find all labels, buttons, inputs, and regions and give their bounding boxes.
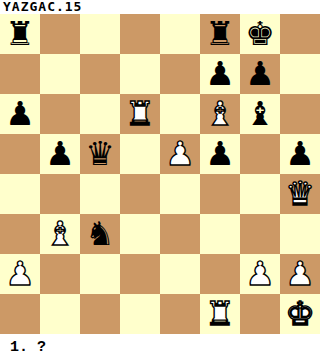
black-pawn-icon: ♟ <box>205 54 235 94</box>
square-b3[interactable]: ♝ <box>40 214 80 254</box>
white-bishop-icon: ♝ <box>205 94 235 134</box>
white-pawn-icon: ♟ <box>285 254 315 294</box>
square-e6[interactable] <box>160 94 200 134</box>
square-f4[interactable] <box>200 174 240 214</box>
square-c4[interactable] <box>80 174 120 214</box>
square-d7[interactable] <box>120 54 160 94</box>
square-a3[interactable] <box>0 214 40 254</box>
black-pawn-icon: ♟ <box>205 134 235 174</box>
square-a4[interactable] <box>0 174 40 214</box>
square-f3[interactable] <box>200 214 240 254</box>
move-prompt: 1. ? <box>0 334 320 360</box>
square-a2[interactable]: ♟ <box>0 254 40 294</box>
white-pawn-icon: ♟ <box>245 254 275 294</box>
square-g6[interactable]: ♝ <box>240 94 280 134</box>
square-b4[interactable] <box>40 174 80 214</box>
square-h2[interactable]: ♟ <box>280 254 320 294</box>
square-d8[interactable] <box>120 14 160 54</box>
black-pawn-icon: ♟ <box>285 134 315 174</box>
diagram-title: YAZGAC.15 <box>0 0 320 14</box>
square-g5[interactable] <box>240 134 280 174</box>
square-a5[interactable] <box>0 134 40 174</box>
square-e4[interactable] <box>160 174 200 214</box>
square-h5[interactable]: ♟ <box>280 134 320 174</box>
chess-board: ♜♜♚♟♟♟♜♝♝♟♛♟♟♟♛♝♞♟♟♟♜♚ <box>0 14 320 334</box>
square-e2[interactable] <box>160 254 200 294</box>
square-b5[interactable]: ♟ <box>40 134 80 174</box>
square-h1[interactable]: ♚ <box>280 294 320 334</box>
square-b2[interactable] <box>40 254 80 294</box>
black-pawn-icon: ♟ <box>45 134 75 174</box>
square-c5[interactable]: ♛ <box>80 134 120 174</box>
square-e3[interactable] <box>160 214 200 254</box>
square-b8[interactable] <box>40 14 80 54</box>
square-d1[interactable] <box>120 294 160 334</box>
square-a8[interactable]: ♜ <box>0 14 40 54</box>
white-queen-icon: ♛ <box>285 174 315 214</box>
square-f6[interactable]: ♝ <box>200 94 240 134</box>
square-c7[interactable] <box>80 54 120 94</box>
square-d3[interactable] <box>120 214 160 254</box>
white-pawn-icon: ♟ <box>165 134 195 174</box>
square-a6[interactable]: ♟ <box>0 94 40 134</box>
square-d2[interactable] <box>120 254 160 294</box>
chess-diagram-page: YAZGAC.15 ♜♜♚♟♟♟♜♝♝♟♛♟♟♟♛♝♞♟♟♟♜♚ 1. ? <box>0 0 320 360</box>
square-f7[interactable]: ♟ <box>200 54 240 94</box>
square-c3[interactable]: ♞ <box>80 214 120 254</box>
square-g8[interactable]: ♚ <box>240 14 280 54</box>
square-c1[interactable] <box>80 294 120 334</box>
square-a7[interactable] <box>0 54 40 94</box>
square-h8[interactable] <box>280 14 320 54</box>
square-b1[interactable] <box>40 294 80 334</box>
square-g3[interactable] <box>240 214 280 254</box>
square-d4[interactable] <box>120 174 160 214</box>
square-d6[interactable]: ♜ <box>120 94 160 134</box>
white-pawn-icon: ♟ <box>5 254 35 294</box>
square-e7[interactable] <box>160 54 200 94</box>
square-g1[interactable] <box>240 294 280 334</box>
square-h7[interactable] <box>280 54 320 94</box>
square-e1[interactable] <box>160 294 200 334</box>
black-rook-icon: ♜ <box>5 14 35 54</box>
square-f8[interactable]: ♜ <box>200 14 240 54</box>
square-e5[interactable]: ♟ <box>160 134 200 174</box>
black-pawn-icon: ♟ <box>5 94 35 134</box>
square-f5[interactable]: ♟ <box>200 134 240 174</box>
square-a1[interactable] <box>0 294 40 334</box>
square-h3[interactable] <box>280 214 320 254</box>
square-h4[interactable]: ♛ <box>280 174 320 214</box>
white-bishop-icon: ♝ <box>45 214 75 254</box>
square-e8[interactable] <box>160 14 200 54</box>
black-bishop-icon: ♝ <box>245 94 275 134</box>
square-f1[interactable]: ♜ <box>200 294 240 334</box>
square-c6[interactable] <box>80 94 120 134</box>
square-g2[interactable]: ♟ <box>240 254 280 294</box>
square-b7[interactable] <box>40 54 80 94</box>
square-h6[interactable] <box>280 94 320 134</box>
black-queen-icon: ♛ <box>85 134 115 174</box>
black-king-icon: ♚ <box>245 14 275 54</box>
square-g7[interactable]: ♟ <box>240 54 280 94</box>
black-knight-icon: ♞ <box>85 214 115 254</box>
square-b6[interactable] <box>40 94 80 134</box>
black-rook-icon: ♜ <box>205 14 235 54</box>
square-g4[interactable] <box>240 174 280 214</box>
white-rook-icon: ♜ <box>125 94 155 134</box>
square-f2[interactable] <box>200 254 240 294</box>
white-king-icon: ♚ <box>285 294 315 334</box>
black-pawn-icon: ♟ <box>245 54 275 94</box>
square-c8[interactable] <box>80 14 120 54</box>
square-d5[interactable] <box>120 134 160 174</box>
square-c2[interactable] <box>80 254 120 294</box>
white-rook-icon: ♜ <box>205 294 235 334</box>
